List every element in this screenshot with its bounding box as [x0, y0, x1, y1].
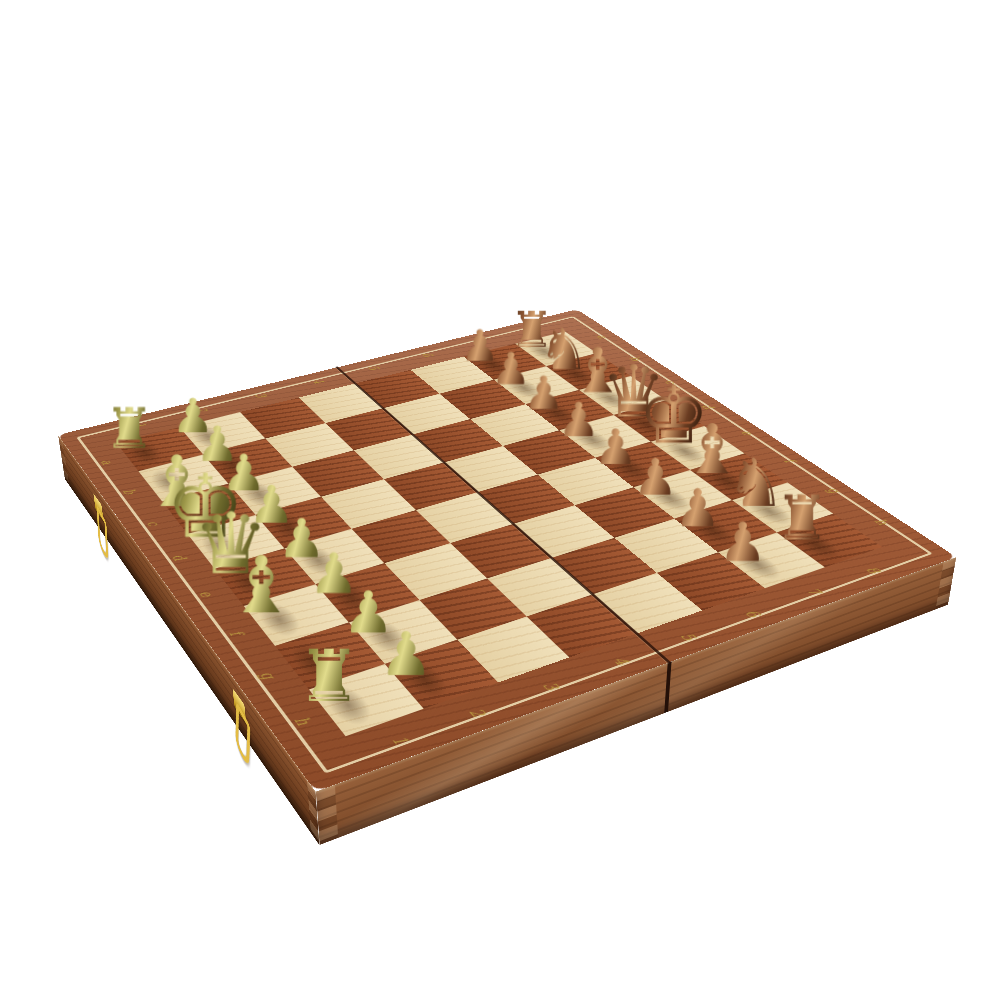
piece-white-rook-h1[interactable]: ♜ — [286, 640, 372, 712]
chess-board: ♜♞♝♛♚♝♞♜♟♟♟♟♟♟♟♟♟♟♟♟♟♟♟♟♜♞♝♚♛♝♞♜ abcdefg… — [58, 309, 956, 791]
board-top-face: ♜♞♝♛♚♝♞♜♟♟♟♟♟♟♟♟♟♟♟♟♟♟♟♟♜♞♝♚♛♝♞♜ abcdefg… — [58, 309, 956, 791]
gold-clasp-icon — [92, 492, 110, 564]
piece-black-pawn-h7[interactable]: ♟ — [705, 515, 781, 569]
piece-white-pawn-h2[interactable]: ♟ — [364, 625, 448, 685]
fold-seam-side — [664, 661, 671, 713]
scene: ♜♞♝♛♚♝♞♜♟♟♟♟♟♟♟♟♟♟♟♟♟♟♟♟♜♞♝♚♛♝♞♜ abcdefg… — [0, 0, 1000, 1000]
dovetail-joint — [316, 785, 339, 846]
dovetail-joint — [936, 557, 957, 610]
board-grid: ♜♞♝♛♚♝♞♜♟♟♟♟♟♟♟♟♟♟♟♟♟♟♟♟♜♞♝♚♛♝♞♜ — [116, 332, 882, 737]
